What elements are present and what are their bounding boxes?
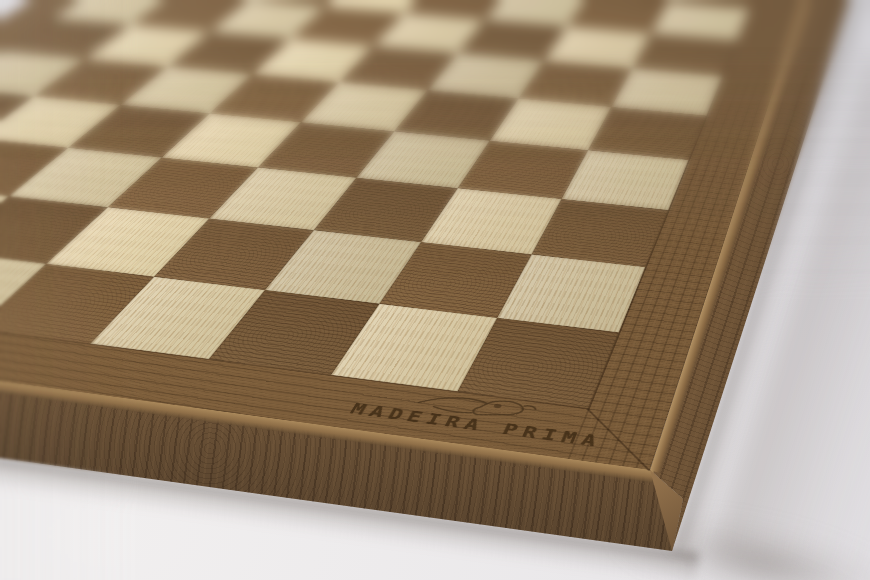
perspective-scene: MADEIRA PRIMA	[0, 0, 870, 580]
chessboard: MADEIRA PRIMA	[0, 0, 804, 470]
photo-stage: MADEIRA PRIMA	[0, 0, 870, 580]
